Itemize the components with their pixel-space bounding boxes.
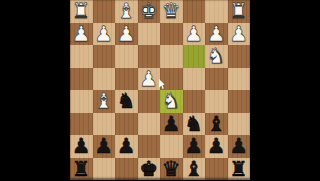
square-h4[interactable] xyxy=(70,68,93,91)
black-pawn-d6: ♟ xyxy=(162,113,181,135)
square-d4[interactable] xyxy=(160,68,183,91)
white-pawn-h2: ♟ xyxy=(72,23,91,45)
square-a4[interactable] xyxy=(228,68,251,91)
black-pawn-h7: ♟ xyxy=(72,135,91,157)
white-king-e1: ♚ xyxy=(139,0,158,22)
square-f7[interactable]: ♟ xyxy=(115,135,138,158)
square-a6[interactable] xyxy=(228,113,251,136)
white-pawn-a2: ♟ xyxy=(229,23,248,45)
black-king-e8: ♚ xyxy=(139,158,158,180)
square-h5[interactable] xyxy=(70,90,93,113)
square-e5[interactable] xyxy=(138,90,161,113)
white-knight-d5: ♞ xyxy=(162,90,181,112)
white-bishop-g5: ♝ xyxy=(94,90,113,112)
white-pawn-f2: ♟ xyxy=(117,23,136,45)
square-f2[interactable]: ♟ xyxy=(115,23,138,46)
square-e7[interactable] xyxy=(138,135,161,158)
square-b7[interactable]: ♟ xyxy=(205,135,228,158)
square-e4[interactable]: ♟ xyxy=(138,68,161,91)
square-a5[interactable] xyxy=(228,90,251,113)
square-f3[interactable] xyxy=(115,45,138,68)
square-a2[interactable]: ♟ xyxy=(228,23,251,46)
square-f8[interactable] xyxy=(115,158,138,181)
square-g2[interactable]: ♟ xyxy=(93,23,116,46)
square-b4[interactable] xyxy=(205,68,228,91)
white-pawn-g2: ♟ xyxy=(94,23,113,45)
square-e3[interactable] xyxy=(138,45,161,68)
white-queen-d1: ♛ xyxy=(162,0,181,22)
square-g3[interactable] xyxy=(93,45,116,68)
square-f5[interactable]: ♞ xyxy=(115,90,138,113)
square-b5[interactable] xyxy=(205,90,228,113)
black-pawn-g7: ♟ xyxy=(94,135,113,157)
square-c6[interactable]: ♞ xyxy=(183,113,206,136)
square-d5[interactable]: ♞ xyxy=(160,90,183,113)
square-d7[interactable] xyxy=(160,135,183,158)
square-d2[interactable] xyxy=(160,23,183,46)
square-h3[interactable] xyxy=(70,45,93,68)
square-g4[interactable] xyxy=(93,68,116,91)
square-g7[interactable]: ♟ xyxy=(93,135,116,158)
letterbox-left xyxy=(0,0,70,180)
square-f1[interactable]: ♝ xyxy=(115,0,138,23)
black-bishop-c8: ♝ xyxy=(184,158,203,180)
square-a3[interactable] xyxy=(228,45,251,68)
square-b8[interactable] xyxy=(205,158,228,181)
square-h1[interactable]: ♜ xyxy=(70,0,93,23)
square-a7[interactable]: ♟ xyxy=(228,135,251,158)
square-g6[interactable] xyxy=(93,113,116,136)
square-d3[interactable] xyxy=(160,45,183,68)
square-a1[interactable]: ♜ xyxy=(228,0,251,23)
square-c7[interactable]: ♟ xyxy=(183,135,206,158)
white-knight-b3: ♞ xyxy=(207,45,226,67)
black-rook-h8: ♜ xyxy=(72,158,91,180)
square-f6[interactable] xyxy=(115,113,138,136)
white-pawn-b2: ♟ xyxy=(207,23,226,45)
black-knight-f5: ♞ xyxy=(117,90,136,112)
square-c1[interactable] xyxy=(183,0,206,23)
black-knight-c6: ♞ xyxy=(184,113,203,135)
square-d1[interactable]: ♛ xyxy=(160,0,183,23)
square-b2[interactable]: ♟ xyxy=(205,23,228,46)
square-g1[interactable] xyxy=(93,0,116,23)
square-e6[interactable] xyxy=(138,113,161,136)
black-rook-a8: ♜ xyxy=(229,158,248,180)
white-bishop-f1: ♝ xyxy=(117,0,136,22)
black-bishop-b6: ♝ xyxy=(207,113,226,135)
black-queen-d8: ♛ xyxy=(162,158,181,180)
black-pawn-c7: ♟ xyxy=(184,135,203,157)
square-e1[interactable]: ♚ xyxy=(138,0,161,23)
square-h6[interactable] xyxy=(70,113,93,136)
black-pawn-b7: ♟ xyxy=(207,135,226,157)
white-rook-a1: ♜ xyxy=(229,0,248,22)
square-d6[interactable]: ♟ xyxy=(160,113,183,136)
square-c5[interactable] xyxy=(183,90,206,113)
square-g8[interactable] xyxy=(93,158,116,181)
square-c3[interactable] xyxy=(183,45,206,68)
square-h8[interactable]: ♜ xyxy=(70,158,93,181)
white-pawn-c2: ♟ xyxy=(184,23,203,45)
letterbox-right xyxy=(250,0,320,180)
square-e2[interactable] xyxy=(138,23,161,46)
black-pawn-f7: ♟ xyxy=(117,135,136,157)
chess-board: ♜♝♚♛♜♟♟♟♟♟♟♞♟♝♞♞♟♞♝♟♟♟♟♟♟♜♚♛♝♜ xyxy=(70,0,250,180)
square-c8[interactable]: ♝ xyxy=(183,158,206,181)
square-h2[interactable]: ♟ xyxy=(70,23,93,46)
square-c2[interactable]: ♟ xyxy=(183,23,206,46)
square-h7[interactable]: ♟ xyxy=(70,135,93,158)
square-c4[interactable] xyxy=(183,68,206,91)
app-screen: { "game": "chess", "position": { "fen": … xyxy=(0,0,320,180)
square-b1[interactable] xyxy=(205,0,228,23)
white-rook-h1: ♜ xyxy=(72,0,91,22)
square-d8[interactable]: ♛ xyxy=(160,158,183,181)
square-g5[interactable]: ♝ xyxy=(93,90,116,113)
square-a8[interactable]: ♜ xyxy=(228,158,251,181)
square-f4[interactable] xyxy=(115,68,138,91)
square-b3[interactable]: ♞ xyxy=(205,45,228,68)
white-pawn-e4: ♟ xyxy=(139,68,158,90)
square-e8[interactable]: ♚ xyxy=(138,158,161,181)
square-b6[interactable]: ♝ xyxy=(205,113,228,136)
black-pawn-a7: ♟ xyxy=(229,135,248,157)
